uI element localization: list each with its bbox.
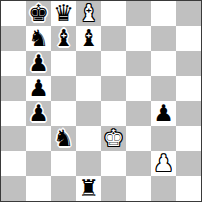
square-f1[interactable] (126, 176, 151, 201)
piece-black-knight: ♞ (28, 26, 49, 51)
square-f5[interactable] (126, 76, 151, 101)
piece-black-pawn: ♟ (28, 51, 49, 76)
square-a4[interactable] (1, 101, 26, 126)
piece-white-pawn: ♟ (153, 151, 174, 176)
square-h7[interactable] (176, 26, 201, 51)
square-a8[interactable] (1, 1, 26, 26)
square-g8[interactable] (151, 1, 176, 26)
square-e3[interactable]: ♚ (101, 126, 126, 151)
square-a7[interactable] (1, 26, 26, 51)
square-h4[interactable] (176, 101, 201, 126)
square-c7[interactable]: ♝ (51, 26, 76, 51)
square-d4[interactable] (76, 101, 101, 126)
piece-black-pawn: ♟ (28, 76, 49, 101)
square-c3[interactable]: ♞ (51, 126, 76, 151)
square-h1[interactable] (176, 176, 201, 201)
square-h6[interactable] (176, 51, 201, 76)
square-g4[interactable]: ♟ (151, 101, 176, 126)
square-h2[interactable] (176, 151, 201, 176)
square-a5[interactable] (1, 76, 26, 101)
piece-black-pawn: ♟ (28, 101, 49, 126)
square-g7[interactable] (151, 26, 176, 51)
square-b5[interactable]: ♟ (26, 76, 51, 101)
square-b3[interactable] (26, 126, 51, 151)
chess-diagram: ♚♛♝♞♝♝♟♟♟♟♞♚♟♜ (0, 0, 202, 202)
square-a2[interactable] (1, 151, 26, 176)
square-d8[interactable]: ♝ (76, 1, 101, 26)
square-f8[interactable] (126, 1, 151, 26)
square-b8[interactable]: ♚ (26, 1, 51, 26)
square-c6[interactable] (51, 51, 76, 76)
square-c4[interactable] (51, 101, 76, 126)
piece-black-bishop: ♝ (78, 26, 99, 51)
square-d3[interactable] (76, 126, 101, 151)
piece-black-rook: ♜ (78, 176, 99, 201)
square-d2[interactable] (76, 151, 101, 176)
square-e5[interactable] (101, 76, 126, 101)
piece-black-pawn: ♟ (153, 101, 174, 126)
square-c5[interactable] (51, 76, 76, 101)
square-e8[interactable] (101, 1, 126, 26)
square-b6[interactable]: ♟ (26, 51, 51, 76)
square-d6[interactable] (76, 51, 101, 76)
square-h5[interactable] (176, 76, 201, 101)
square-f2[interactable] (126, 151, 151, 176)
square-e7[interactable] (101, 26, 126, 51)
square-a6[interactable] (1, 51, 26, 76)
piece-white-king: ♚ (103, 126, 124, 151)
piece-white-bishop: ♝ (78, 1, 99, 26)
square-d7[interactable]: ♝ (76, 26, 101, 51)
piece-black-bishop: ♝ (53, 26, 74, 51)
square-d5[interactable] (76, 76, 101, 101)
piece-black-queen: ♛ (53, 1, 74, 26)
square-b1[interactable] (26, 176, 51, 201)
square-e4[interactable] (101, 101, 126, 126)
square-b4[interactable]: ♟ (26, 101, 51, 126)
piece-black-knight: ♞ (53, 126, 74, 151)
square-g6[interactable] (151, 51, 176, 76)
square-g3[interactable] (151, 126, 176, 151)
square-f4[interactable] (126, 101, 151, 126)
square-g5[interactable] (151, 76, 176, 101)
square-b2[interactable] (26, 151, 51, 176)
square-d1[interactable]: ♜ (76, 176, 101, 201)
square-c1[interactable] (51, 176, 76, 201)
square-e6[interactable] (101, 51, 126, 76)
square-f7[interactable] (126, 26, 151, 51)
piece-black-king: ♚ (28, 1, 49, 26)
square-a3[interactable] (1, 126, 26, 151)
square-e1[interactable] (101, 176, 126, 201)
square-g2[interactable]: ♟ (151, 151, 176, 176)
square-a1[interactable] (1, 176, 26, 201)
square-f6[interactable] (126, 51, 151, 76)
square-g1[interactable] (151, 176, 176, 201)
square-c2[interactable] (51, 151, 76, 176)
square-b7[interactable]: ♞ (26, 26, 51, 51)
square-f3[interactable] (126, 126, 151, 151)
chess-board: ♚♛♝♞♝♝♟♟♟♟♞♚♟♜ (0, 0, 202, 202)
square-h8[interactable] (176, 1, 201, 26)
square-e2[interactable] (101, 151, 126, 176)
square-h3[interactable] (176, 126, 201, 151)
square-c8[interactable]: ♛ (51, 1, 76, 26)
